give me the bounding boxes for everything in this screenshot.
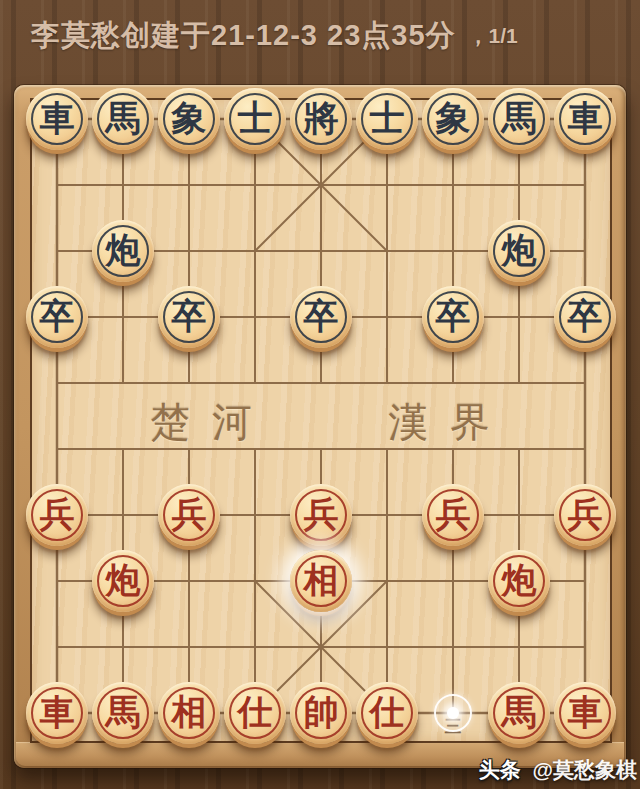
piece-black-卒[interactable]: 卒 xyxy=(422,286,484,348)
piece-red-帥[interactable]: 帥 xyxy=(290,682,352,744)
piece-black-車[interactable]: 車 xyxy=(26,88,88,150)
piece-red-兵[interactable]: 兵 xyxy=(158,484,220,546)
piece-char: 車 xyxy=(40,101,75,136)
piece-char: 象 xyxy=(436,101,471,136)
piece-black-卒[interactable]: 卒 xyxy=(554,286,616,348)
piece-char: 相 xyxy=(172,695,207,730)
piece-char: 相 xyxy=(304,563,339,598)
piece-char: 炮 xyxy=(502,563,537,598)
piece-red-炮[interactable]: 炮 xyxy=(92,550,154,612)
piece-black-將[interactable]: 將 xyxy=(290,88,352,150)
piece-char: 炮 xyxy=(106,563,141,598)
watermark-handle: @莫愁象棋 xyxy=(527,758,637,781)
board-field[interactable]: 楚河 漢界 三 車馬象士將士象馬車炮炮卒卒卒卒卒兵兵兵兵兵炮相炮車馬相仕帥仕馬車 xyxy=(32,100,610,741)
piece-black-卒[interactable]: 卒 xyxy=(26,286,88,348)
piece-red-兵[interactable]: 兵 xyxy=(26,484,88,546)
xiangqi-board: 楚河 漢界 三 車馬象士將士象馬車炮炮卒卒卒卒卒兵兵兵兵兵炮相炮車馬相仕帥仕馬車 xyxy=(14,85,626,768)
piece-black-象[interactable]: 象 xyxy=(422,88,484,150)
piece-char: 炮 xyxy=(106,233,141,268)
piece-char: 將 xyxy=(304,101,339,136)
watermark: 头条 @莫愁象棋 xyxy=(479,756,637,784)
piece-char: 卒 xyxy=(568,299,603,334)
piece-char: 車 xyxy=(568,101,603,136)
piece-red-炮[interactable]: 炮 xyxy=(488,550,550,612)
page-indicator: ，1/1 xyxy=(468,22,518,52)
piece-red-車[interactable]: 車 xyxy=(26,682,88,744)
piece-red-仕[interactable]: 仕 xyxy=(224,682,286,744)
piece-char: 仕 xyxy=(238,695,273,730)
piece-black-車[interactable]: 車 xyxy=(554,88,616,150)
piece-char: 兵 xyxy=(568,497,603,532)
piece-char: 兵 xyxy=(304,497,339,532)
piece-char: 炮 xyxy=(502,233,537,268)
piece-red-相[interactable]: 相 xyxy=(158,682,220,744)
piece-char: 士 xyxy=(370,101,405,136)
piece-char: 卒 xyxy=(40,299,75,334)
piece-black-炮[interactable]: 炮 xyxy=(488,220,550,282)
piece-black-馬[interactable]: 馬 xyxy=(488,88,550,150)
piece-red-仕[interactable]: 仕 xyxy=(356,682,418,744)
piece-red-相[interactable]: 相 xyxy=(290,550,352,612)
piece-black-卒[interactable]: 卒 xyxy=(290,286,352,348)
piece-red-馬[interactable]: 馬 xyxy=(488,682,550,744)
piece-char: 帥 xyxy=(304,695,339,730)
piece-char: 馬 xyxy=(106,101,141,136)
piece-black-炮[interactable]: 炮 xyxy=(92,220,154,282)
piece-char: 卒 xyxy=(436,299,471,334)
piece-red-兵[interactable]: 兵 xyxy=(422,484,484,546)
piece-char: 象 xyxy=(172,101,207,136)
piece-char: 卒 xyxy=(172,299,207,334)
piece-black-馬[interactable]: 馬 xyxy=(92,88,154,150)
piece-red-馬[interactable]: 馬 xyxy=(92,682,154,744)
piece-char: 卒 xyxy=(304,299,339,334)
piece-red-車[interactable]: 車 xyxy=(554,682,616,744)
piece-black-士[interactable]: 士 xyxy=(356,88,418,150)
piece-char: 仕 xyxy=(370,695,405,730)
piece-char: 車 xyxy=(40,695,75,730)
header: 李莫愁创建于21-12-3 23点35分 ，1/1 xyxy=(31,20,518,52)
piece-char: 車 xyxy=(568,695,603,730)
piece-black-象[interactable]: 象 xyxy=(158,88,220,150)
piece-black-卒[interactable]: 卒 xyxy=(158,286,220,348)
watermark-brand: 头条 xyxy=(479,758,521,781)
piece-char: 士 xyxy=(238,101,273,136)
piece-char: 馬 xyxy=(502,101,537,136)
piece-red-兵[interactable]: 兵 xyxy=(554,484,616,546)
piece-char: 兵 xyxy=(40,497,75,532)
piece-char: 兵 xyxy=(172,497,207,532)
diagram-title: 李莫愁创建于21-12-3 23点35分 xyxy=(31,20,456,52)
last-move-from-marker xyxy=(434,694,472,732)
pieces-grid: 車馬象士將士象馬車炮炮卒卒卒卒卒兵兵兵兵兵炮相炮車馬相仕帥仕馬車 xyxy=(24,86,618,746)
piece-black-士[interactable]: 士 xyxy=(224,88,286,150)
piece-red-兵[interactable]: 兵 xyxy=(290,484,352,546)
piece-char: 馬 xyxy=(502,695,537,730)
piece-char: 馬 xyxy=(106,695,141,730)
piece-char: 兵 xyxy=(436,497,471,532)
